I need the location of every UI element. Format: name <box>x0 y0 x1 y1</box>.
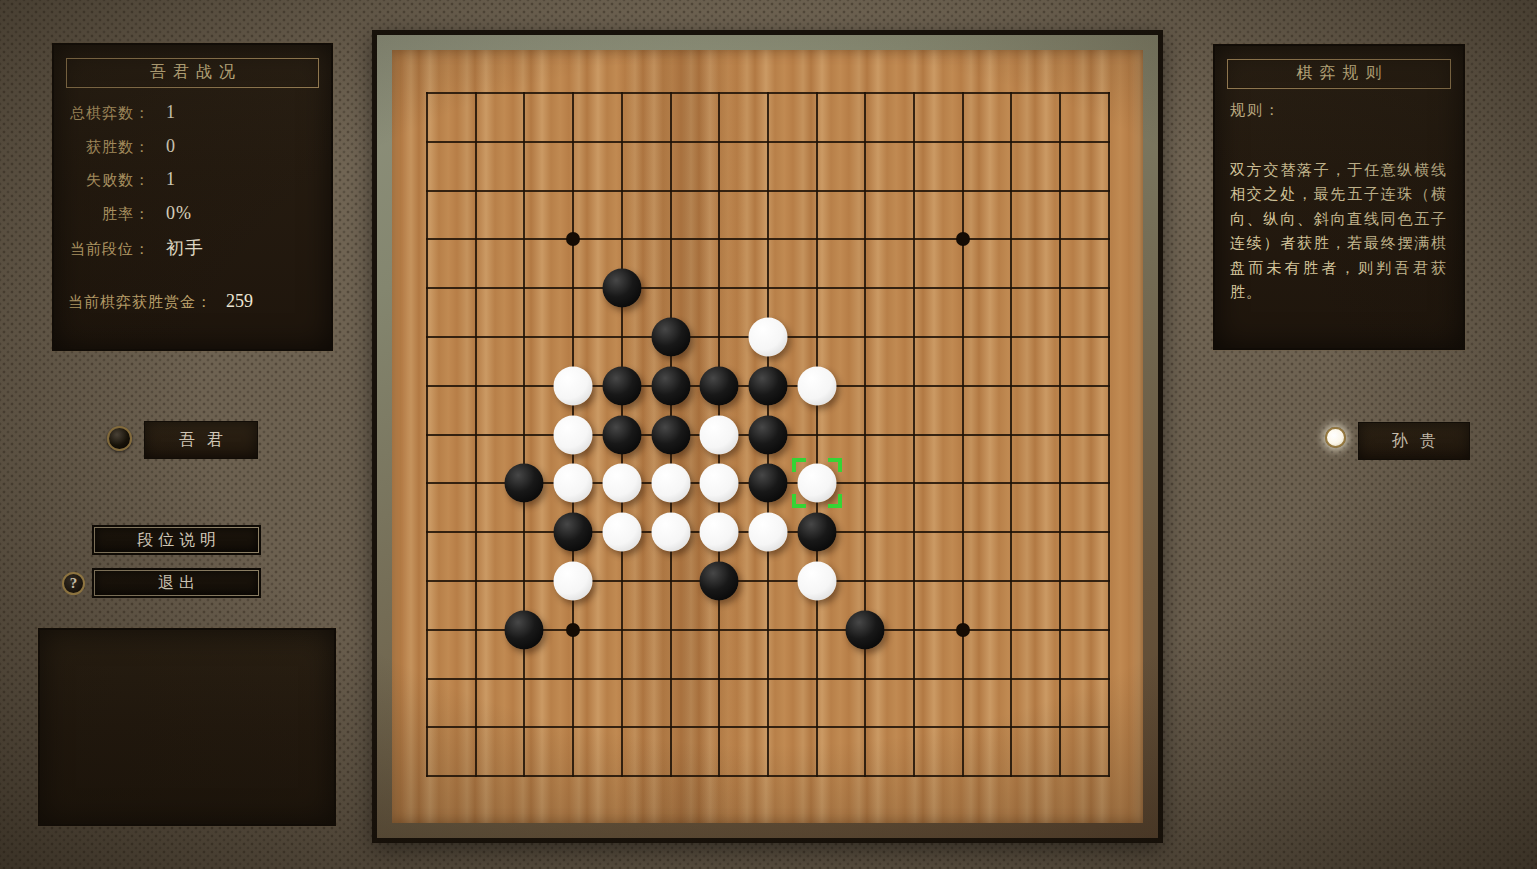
highlight-corner <box>828 458 842 472</box>
player-black-name-button[interactable]: 吾君 <box>144 421 258 459</box>
last-move-highlight <box>792 458 842 508</box>
reward-label: 当前棋弈获胜赏金： <box>68 293 212 312</box>
grid-vline <box>816 92 818 777</box>
rules-panel: 棋弈规则 规则： 双方交替落子，于任意纵横线相交之处，最先五子连珠（横向、纵向、… <box>1213 44 1465 350</box>
white-stone-icon <box>1325 427 1346 448</box>
highlight-corner <box>828 494 842 508</box>
star-point <box>956 623 970 637</box>
black-stone <box>700 366 739 405</box>
board-grid[interactable] <box>427 93 1109 776</box>
black-stone <box>651 318 690 357</box>
white-stone <box>554 562 593 601</box>
stats-panel: 吾君战况 总棋弈数： 1 获胜数： 0 失败数： 1 胜率： 0% 当前段位： … <box>52 43 333 351</box>
grid-vline <box>864 92 866 777</box>
white-stone <box>748 318 787 357</box>
black-stone <box>554 513 593 552</box>
black-stone <box>505 464 544 503</box>
grid-vline <box>1010 92 1012 777</box>
stat-value: 1 <box>166 102 176 123</box>
stat-value: 1 <box>166 169 176 190</box>
black-stone <box>748 464 787 503</box>
black-stone-icon <box>107 426 132 451</box>
grid-vline <box>913 92 915 777</box>
black-stone <box>797 513 836 552</box>
help-icon[interactable]: ? <box>62 572 85 595</box>
star-point <box>566 232 580 246</box>
board-wood-surface <box>392 50 1143 823</box>
black-stone <box>651 366 690 405</box>
white-stone <box>602 513 641 552</box>
black-stone <box>602 269 641 308</box>
stat-label: 胜率： <box>54 205 150 224</box>
highlight-corner <box>792 458 806 472</box>
rules-label: 规则： <box>1230 101 1463 120</box>
white-stone <box>700 415 739 454</box>
grid-hline <box>426 726 1110 728</box>
black-stone <box>700 562 739 601</box>
reward-value: 259 <box>226 291 253 312</box>
white-stone <box>748 513 787 552</box>
board-frame <box>377 35 1158 838</box>
stat-label: 获胜数： <box>54 138 150 157</box>
stat-label: 总棋弈数： <box>54 104 150 123</box>
stat-row-wins: 获胜数： 0 <box>54 136 331 170</box>
white-stone <box>554 415 593 454</box>
grid-vline <box>1108 92 1110 777</box>
stat-label: 失败数： <box>54 171 150 190</box>
white-stone <box>797 366 836 405</box>
stat-row-reward: 当前棋弈获胜赏金： 259 <box>54 291 331 312</box>
stat-row-rank: 当前段位： 初手 <box>54 236 331 270</box>
white-stone <box>700 513 739 552</box>
star-point <box>956 232 970 246</box>
exit-button[interactable]: 退出 <box>94 570 259 596</box>
stat-row-losses: 失败数： 1 <box>54 169 331 203</box>
rules-body-text: 双方交替落子，于任意纵横线相交之处，最先五子连珠（横向、纵向、斜向直线同色五子连… <box>1230 158 1447 304</box>
stats-list: 总棋弈数： 1 获胜数： 0 失败数： 1 胜率： 0% 当前段位： 初手 当前… <box>54 102 331 312</box>
stats-panel-title: 吾君战况 <box>66 58 319 88</box>
black-stone <box>602 366 641 405</box>
star-point <box>566 623 580 637</box>
grid-hline <box>426 580 1110 582</box>
black-stone <box>748 415 787 454</box>
stat-value: 初手 <box>166 236 204 260</box>
white-stone <box>651 464 690 503</box>
black-stone <box>748 366 787 405</box>
player-white-name-button[interactable]: 孙贵 <box>1358 422 1470 460</box>
grid-hline <box>426 678 1110 680</box>
grid-hline <box>426 775 1110 777</box>
white-stone <box>602 464 641 503</box>
white-stone <box>554 464 593 503</box>
white-stone <box>651 513 690 552</box>
stat-row-winrate: 胜率： 0% <box>54 203 331 237</box>
gomoku-board <box>372 30 1163 843</box>
black-stone <box>846 610 885 649</box>
stat-row-total-games: 总棋弈数： 1 <box>54 102 331 136</box>
stat-value: 0% <box>166 203 192 224</box>
white-stone <box>554 366 593 405</box>
empty-notes-panel <box>38 628 336 826</box>
stat-label: 当前段位： <box>54 240 150 259</box>
black-stone <box>651 415 690 454</box>
black-stone <box>505 610 544 649</box>
rank-info-button[interactable]: 段位说明 <box>94 527 259 553</box>
grid-vline <box>962 92 964 777</box>
black-stone <box>602 415 641 454</box>
white-stone <box>797 562 836 601</box>
rules-panel-title: 棋弈规则 <box>1227 59 1451 89</box>
highlight-corner <box>792 494 806 508</box>
stat-value: 0 <box>166 136 176 157</box>
white-stone <box>700 464 739 503</box>
grid-vline <box>1059 92 1061 777</box>
